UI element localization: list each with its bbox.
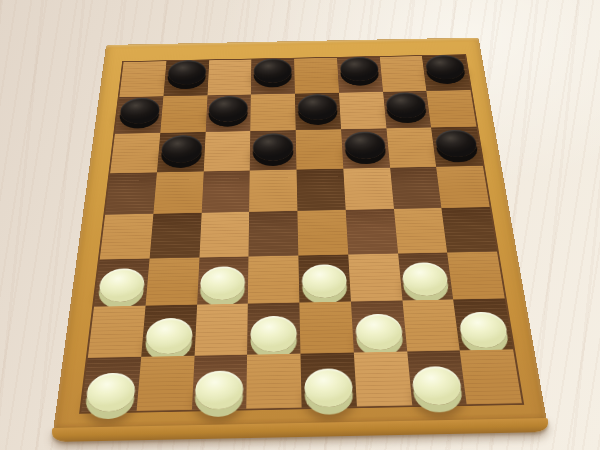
checker-white-man[interactable]: ⛀ — [304, 368, 353, 407]
square-r6c4 — [248, 255, 299, 303]
square-r6c2 — [145, 257, 199, 305]
square-r4c3[interactable] — [201, 170, 250, 213]
square-r3c6[interactable]: ⛂ — [341, 128, 390, 168]
square-r4c8 — [436, 166, 489, 208]
checker-black-man[interactable]: ⛂ — [385, 92, 427, 118]
square-r7c1 — [88, 306, 145, 358]
checker-black-man[interactable]: ⛂ — [425, 55, 466, 80]
square-r8c8 — [460, 349, 522, 404]
play-area: ⛂⛂⛂⛂⛂⛂⛂⛂⛂⛂⛂⛂⛀⛀⛀⛀⛀⛀⛀⛀⛀⛀⛀⛀ — [79, 54, 524, 414]
checker-black-man[interactable]: ⛂ — [339, 57, 379, 82]
square-r8c2 — [136, 355, 194, 411]
checker-white-man[interactable]: ⛀ — [355, 313, 404, 350]
square-r6c7[interactable]: ⛀ — [398, 252, 454, 300]
square-r4c5[interactable] — [297, 168, 346, 211]
checker-white-man[interactable]: ⛀ — [251, 316, 298, 353]
square-r3c3 — [203, 131, 250, 171]
square-r1c3 — [207, 60, 251, 96]
checker-black-man[interactable]: ⛂ — [119, 97, 161, 123]
square-r2c6 — [339, 92, 386, 130]
square-r4c6 — [343, 167, 393, 209]
square-r1c4[interactable]: ⛂ — [251, 59, 295, 95]
square-r5c8[interactable] — [442, 207, 497, 252]
square-r3c8[interactable]: ⛂ — [431, 127, 483, 167]
square-r3c1 — [110, 133, 160, 173]
square-r4c2 — [153, 171, 203, 214]
checker-black-man[interactable]: ⛂ — [298, 94, 338, 120]
board-frame: ⛂⛂⛂⛂⛂⛂⛂⛂⛂⛂⛂⛂⛀⛀⛀⛀⛀⛀⛀⛀⛀⛀⛀⛀ — [53, 37, 547, 430]
checker-white-man[interactable]: ⛀ — [402, 262, 450, 296]
square-r3c7 — [386, 128, 436, 168]
square-r6c3[interactable]: ⛀ — [197, 256, 249, 304]
square-r6c1[interactable]: ⛀ — [94, 258, 149, 306]
square-r2c4 — [250, 93, 295, 131]
square-r5c4[interactable] — [249, 211, 299, 256]
square-r2c1[interactable]: ⛂ — [115, 96, 163, 134]
checkers-board: ⛂⛂⛂⛂⛂⛂⛂⛂⛂⛂⛂⛂⛀⛀⛀⛀⛀⛀⛀⛀⛀⛀⛀⛀ — [41, 0, 547, 431]
square-r8c3[interactable]: ⛀ — [191, 354, 247, 410]
checker-white-man[interactable]: ⛀ — [85, 373, 137, 413]
square-r4c7[interactable] — [390, 167, 442, 209]
checker-black-man[interactable]: ⛂ — [208, 96, 248, 122]
checker-black-man[interactable]: ⛂ — [434, 130, 478, 158]
checker-white-man[interactable]: ⛀ — [144, 318, 193, 355]
square-r7c4[interactable]: ⛀ — [247, 303, 300, 355]
checker-white-man[interactable]: ⛀ — [98, 268, 146, 302]
square-r2c8 — [427, 90, 477, 128]
square-r6c5[interactable]: ⛀ — [298, 254, 350, 302]
square-r8c1[interactable]: ⛀ — [81, 356, 141, 412]
checker-black-man[interactable]: ⛂ — [160, 135, 202, 163]
square-r6c8 — [447, 251, 504, 299]
square-r3c2[interactable]: ⛂ — [157, 132, 206, 172]
square-r7c2[interactable]: ⛀ — [141, 305, 197, 357]
square-r6c6 — [348, 253, 402, 301]
checker-black-man[interactable]: ⛂ — [253, 133, 294, 161]
square-r4c1[interactable] — [105, 172, 157, 215]
square-r5c3 — [199, 212, 249, 257]
square-r5c1 — [100, 214, 153, 259]
square-r4c4 — [249, 169, 297, 212]
square-r8c4 — [247, 353, 302, 408]
square-r3c4[interactable]: ⛂ — [250, 130, 297, 170]
square-r1c8[interactable]: ⛂ — [422, 55, 470, 91]
square-r1c2[interactable]: ⛂ — [163, 60, 209, 96]
square-r2c5[interactable]: ⛂ — [295, 93, 341, 131]
checker-white-man[interactable]: ⛀ — [200, 266, 246, 300]
square-r7c5 — [299, 302, 353, 354]
square-r3c5 — [296, 129, 343, 169]
square-r7c8[interactable]: ⛀ — [453, 298, 513, 350]
square-r8c6 — [354, 351, 412, 406]
square-r7c3 — [194, 304, 248, 356]
square-r8c7[interactable]: ⛀ — [407, 350, 467, 405]
square-r5c2[interactable] — [149, 213, 201, 258]
square-r2c7[interactable]: ⛂ — [383, 91, 432, 129]
checker-white-man[interactable]: ⛀ — [458, 311, 509, 348]
square-r2c3[interactable]: ⛂ — [205, 94, 251, 132]
checker-black-man[interactable]: ⛂ — [344, 132, 386, 160]
checker-white-man[interactable]: ⛀ — [302, 264, 348, 298]
checker-black-man[interactable]: ⛂ — [167, 60, 207, 85]
square-r2c2 — [160, 95, 207, 133]
square-r1c7 — [379, 56, 426, 92]
checker-white-man[interactable]: ⛀ — [195, 371, 244, 410]
square-r5c5 — [297, 210, 348, 255]
square-r5c7 — [394, 208, 448, 253]
square-r5c6[interactable] — [345, 209, 397, 254]
square-r1c5 — [294, 58, 339, 94]
square-r1c6[interactable]: ⛂ — [337, 57, 383, 93]
square-r7c7 — [402, 300, 460, 352]
checker-black-man[interactable]: ⛂ — [254, 58, 292, 83]
checker-white-man[interactable]: ⛀ — [411, 366, 463, 405]
square-r1c1 — [119, 61, 166, 97]
square-r7c6[interactable]: ⛀ — [351, 301, 407, 353]
square-r8c5[interactable]: ⛀ — [300, 352, 356, 407]
